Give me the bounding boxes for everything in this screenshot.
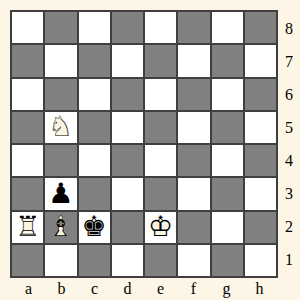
file-label-f: f [177, 279, 210, 299]
chess-board: ♞♘♟♜♖♝♗♚♚♔ [10, 10, 278, 278]
square-f4[interactable] [178, 145, 209, 176]
square-a7[interactable] [12, 45, 43, 76]
rank-label-4: 4 [280, 144, 298, 177]
square-b8[interactable] [45, 12, 76, 43]
square-g7[interactable] [212, 45, 243, 76]
square-h1[interactable] [245, 245, 276, 276]
black-king-glyph: ♚ [79, 212, 110, 243]
square-d8[interactable] [112, 12, 143, 43]
square-c7[interactable] [79, 45, 110, 76]
square-a5[interactable] [12, 112, 43, 143]
file-labels: abcdefgh [12, 279, 276, 299]
square-h4[interactable] [245, 145, 276, 176]
rank-label-8: 8 [280, 12, 298, 45]
square-b6[interactable] [45, 79, 76, 110]
square-g1[interactable] [212, 245, 243, 276]
square-e1[interactable] [145, 245, 176, 276]
file-label-g: g [210, 279, 243, 299]
square-g5[interactable] [212, 112, 243, 143]
square-f1[interactable] [178, 245, 209, 276]
file-label-c: c [78, 279, 111, 299]
square-c2[interactable]: ♚ [79, 212, 110, 243]
square-g2[interactable] [212, 212, 243, 243]
rank-label-7: 7 [280, 45, 298, 78]
white-rook[interactable]: ♜♖ [12, 212, 43, 243]
square-c5[interactable] [79, 112, 110, 143]
square-a2[interactable]: ♜♖ [12, 212, 43, 243]
white-bishop-glyph: ♗ [45, 212, 76, 243]
square-e5[interactable] [145, 112, 176, 143]
square-c6[interactable] [79, 79, 110, 110]
square-c1[interactable] [79, 245, 110, 276]
square-a6[interactable] [12, 79, 43, 110]
black-pawn[interactable]: ♟ [45, 178, 76, 209]
white-bishop[interactable]: ♝♗ [45, 212, 76, 243]
file-label-e: e [144, 279, 177, 299]
square-a1[interactable] [12, 245, 43, 276]
square-b4[interactable] [45, 145, 76, 176]
square-c8[interactable] [79, 12, 110, 43]
square-d6[interactable] [112, 79, 143, 110]
square-b1[interactable] [45, 245, 76, 276]
square-b2[interactable]: ♝♗ [45, 212, 76, 243]
square-c3[interactable] [79, 178, 110, 209]
rank-label-3: 3 [280, 177, 298, 210]
rank-label-1: 1 [280, 243, 298, 276]
white-knight[interactable]: ♞♘ [45, 112, 76, 143]
square-b5[interactable]: ♞♘ [45, 112, 76, 143]
file-label-h: h [243, 279, 276, 299]
black-king[interactable]: ♚ [79, 212, 110, 243]
square-e8[interactable] [145, 12, 176, 43]
square-h6[interactable] [245, 79, 276, 110]
square-h3[interactable] [245, 178, 276, 209]
square-d1[interactable] [112, 245, 143, 276]
square-e4[interactable] [145, 145, 176, 176]
square-f5[interactable] [178, 112, 209, 143]
square-e2[interactable]: ♚♔ [145, 212, 176, 243]
square-f3[interactable] [178, 178, 209, 209]
square-b3[interactable]: ♟ [45, 178, 76, 209]
square-d2[interactable] [112, 212, 143, 243]
white-knight-glyph: ♘ [45, 112, 76, 143]
square-g8[interactable] [212, 12, 243, 43]
square-h8[interactable] [245, 12, 276, 43]
square-f2[interactable] [178, 212, 209, 243]
square-a4[interactable] [12, 145, 43, 176]
square-h2[interactable] [245, 212, 276, 243]
file-label-a: a [12, 279, 45, 299]
square-e6[interactable] [145, 79, 176, 110]
rank-labels: 87654321 [280, 12, 298, 276]
square-c4[interactable] [79, 145, 110, 176]
square-g6[interactable] [212, 79, 243, 110]
rank-label-6: 6 [280, 78, 298, 111]
white-rook-glyph: ♖ [12, 212, 43, 243]
white-king-glyph: ♔ [145, 212, 176, 243]
square-d7[interactable] [112, 45, 143, 76]
square-f7[interactable] [178, 45, 209, 76]
square-d3[interactable] [112, 178, 143, 209]
square-g3[interactable] [212, 178, 243, 209]
chess-diagram: ♞♘♟♜♖♝♗♚♚♔ 87654321 abcdefgh [0, 0, 300, 300]
square-e3[interactable] [145, 178, 176, 209]
black-pawn-glyph: ♟ [45, 178, 76, 209]
file-label-b: b [45, 279, 78, 299]
square-b7[interactable] [45, 45, 76, 76]
square-h7[interactable] [245, 45, 276, 76]
square-e7[interactable] [145, 45, 176, 76]
rank-label-5: 5 [280, 111, 298, 144]
square-d4[interactable] [112, 145, 143, 176]
file-label-d: d [111, 279, 144, 299]
square-h5[interactable] [245, 112, 276, 143]
white-king[interactable]: ♚♔ [145, 212, 176, 243]
rank-label-2: 2 [280, 210, 298, 243]
square-d5[interactable] [112, 112, 143, 143]
square-f6[interactable] [178, 79, 209, 110]
square-g4[interactable] [212, 145, 243, 176]
square-a3[interactable] [12, 178, 43, 209]
square-f8[interactable] [178, 12, 209, 43]
square-a8[interactable] [12, 12, 43, 43]
